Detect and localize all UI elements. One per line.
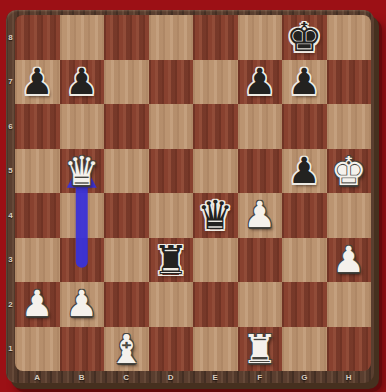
square-c4[interactable] bbox=[104, 193, 149, 238]
piece-black-pawn-g7[interactable]: ♟ bbox=[282, 60, 327, 105]
square-e2[interactable] bbox=[193, 282, 238, 327]
piece-white-pawn-a2[interactable]: ♟ bbox=[15, 282, 60, 327]
piece-black-pawn-b7[interactable]: ♟ bbox=[60, 60, 105, 105]
square-e5[interactable] bbox=[193, 149, 238, 194]
piece-white-pawn-b2[interactable]: ♟ bbox=[60, 282, 105, 327]
file-label-b: B bbox=[60, 371, 105, 383]
square-a4[interactable] bbox=[15, 193, 60, 238]
square-d6[interactable] bbox=[149, 104, 194, 149]
square-b4[interactable] bbox=[60, 193, 105, 238]
square-g6[interactable] bbox=[282, 104, 327, 149]
app-background: { "game": "chess", "board": { "coordinat… bbox=[0, 0, 386, 392]
square-e7[interactable] bbox=[193, 60, 238, 105]
file-label-f: F bbox=[238, 371, 283, 383]
square-e3[interactable] bbox=[193, 238, 238, 283]
square-d4[interactable] bbox=[149, 193, 194, 238]
square-h8[interactable] bbox=[327, 15, 372, 60]
rank-label-3: 3 bbox=[6, 238, 15, 283]
square-c8[interactable] bbox=[104, 15, 149, 60]
piece-white-pawn-f4[interactable]: ♟ bbox=[238, 193, 283, 238]
square-a3[interactable] bbox=[15, 238, 60, 283]
chess-board: ♚♟♟♟♟♛♟♚♛♟♜♟♟♟♝♜ 87654321 ABCDEFGH bbox=[6, 10, 374, 383]
piece-black-rook-d3[interactable]: ♜ bbox=[149, 238, 194, 283]
square-h4[interactable] bbox=[327, 193, 372, 238]
rank-label-4: 4 bbox=[6, 193, 15, 238]
square-c7[interactable] bbox=[104, 60, 149, 105]
square-d7[interactable] bbox=[149, 60, 194, 105]
piece-black-pawn-g5[interactable]: ♟ bbox=[282, 149, 327, 194]
rank-label-7: 7 bbox=[6, 60, 15, 105]
piece-white-queen-b5[interactable]: ♛ bbox=[60, 149, 105, 194]
file-label-h: H bbox=[327, 371, 372, 383]
square-a1[interactable] bbox=[15, 327, 60, 372]
square-g3[interactable] bbox=[282, 238, 327, 283]
square-h1[interactable] bbox=[327, 327, 372, 372]
file-label-a: A bbox=[15, 371, 60, 383]
rank-label-1: 1 bbox=[6, 327, 15, 372]
piece-white-pawn-h3[interactable]: ♟ bbox=[327, 238, 372, 283]
square-c5[interactable] bbox=[104, 149, 149, 194]
square-f5[interactable] bbox=[238, 149, 283, 194]
square-d5[interactable] bbox=[149, 149, 194, 194]
square-f8[interactable] bbox=[238, 15, 283, 60]
square-g1[interactable] bbox=[282, 327, 327, 372]
square-c6[interactable] bbox=[104, 104, 149, 149]
square-b6[interactable] bbox=[60, 104, 105, 149]
file-label-e: E bbox=[193, 371, 238, 383]
square-d2[interactable] bbox=[149, 282, 194, 327]
piece-black-king-g8[interactable]: ♚ bbox=[282, 15, 327, 60]
square-f3[interactable] bbox=[238, 238, 283, 283]
piece-white-rook-f1[interactable]: ♜ bbox=[238, 327, 283, 372]
square-d8[interactable] bbox=[149, 15, 194, 60]
piece-white-bishop-c1[interactable]: ♝ bbox=[104, 327, 149, 372]
square-h7[interactable] bbox=[327, 60, 372, 105]
square-h2[interactable] bbox=[327, 282, 372, 327]
piece-white-king-h5[interactable]: ♚ bbox=[327, 149, 372, 194]
piece-black-queen-e4[interactable]: ♛ bbox=[193, 193, 238, 238]
square-g2[interactable] bbox=[282, 282, 327, 327]
file-label-c: C bbox=[104, 371, 149, 383]
square-f6[interactable] bbox=[238, 104, 283, 149]
square-f2[interactable] bbox=[238, 282, 283, 327]
square-b1[interactable] bbox=[60, 327, 105, 372]
square-b8[interactable] bbox=[60, 15, 105, 60]
square-h6[interactable] bbox=[327, 104, 372, 149]
rank-label-8: 8 bbox=[6, 15, 15, 60]
square-c2[interactable] bbox=[104, 282, 149, 327]
piece-black-pawn-f7[interactable]: ♟ bbox=[238, 60, 283, 105]
rank-label-2: 2 bbox=[6, 282, 15, 327]
rank-label-6: 6 bbox=[6, 104, 15, 149]
square-e6[interactable] bbox=[193, 104, 238, 149]
rank-label-5: 5 bbox=[6, 149, 15, 194]
square-e8[interactable] bbox=[193, 15, 238, 60]
file-label-d: D bbox=[149, 371, 194, 383]
square-g4[interactable] bbox=[282, 193, 327, 238]
square-c3[interactable] bbox=[104, 238, 149, 283]
square-a8[interactable] bbox=[15, 15, 60, 60]
square-b3[interactable] bbox=[60, 238, 105, 283]
piece-black-pawn-a7[interactable]: ♟ bbox=[15, 60, 60, 105]
square-a5[interactable] bbox=[15, 149, 60, 194]
square-a6[interactable] bbox=[15, 104, 60, 149]
square-e1[interactable] bbox=[193, 327, 238, 372]
file-label-g: G bbox=[282, 371, 327, 383]
square-d1[interactable] bbox=[149, 327, 194, 372]
